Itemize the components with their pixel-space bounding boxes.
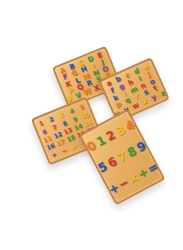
puzzle-piece-+: +	[48, 150, 60, 159]
puzzle-piece-×: ×	[69, 142, 81, 151]
puzzle-piece-z: z	[157, 89, 168, 99]
puzzle-piece-−: −	[58, 146, 70, 155]
product-photo: ABCDEFGHIJKLMNOPQRSTUVWXYZ abcdefghijklm…	[0, 0, 183, 250]
